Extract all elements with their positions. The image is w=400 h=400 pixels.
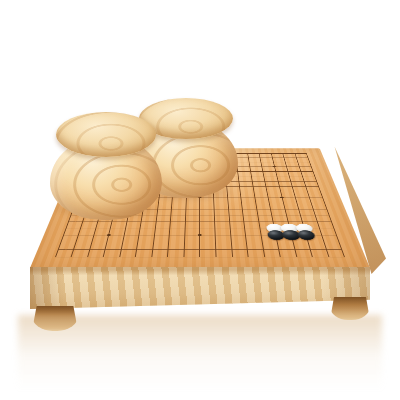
intersection[interactable] — [255, 246, 272, 254]
intersection[interactable] — [177, 232, 192, 239]
intersection[interactable] — [177, 239, 193, 246]
intersection[interactable] — [128, 246, 145, 254]
intersection[interactable] — [177, 225, 192, 232]
intersection[interactable] — [112, 246, 129, 254]
intersection[interactable] — [223, 246, 239, 254]
board-front-face — [30, 267, 370, 309]
intersection[interactable] — [208, 253, 224, 261]
intersection[interactable] — [223, 232, 239, 239]
intersection[interactable] — [207, 225, 222, 232]
intersection[interactable] — [208, 232, 223, 239]
star-point — [280, 197, 284, 199]
intersection[interactable] — [145, 239, 161, 246]
intersection[interactable] — [222, 225, 237, 232]
intersection[interactable] — [143, 253, 160, 261]
intersection[interactable] — [335, 253, 354, 261]
intersection[interactable] — [192, 246, 208, 254]
star-point — [272, 166, 276, 167]
intersection[interactable] — [270, 246, 287, 254]
intersection[interactable] — [159, 253, 176, 261]
intersection[interactable] — [238, 239, 254, 246]
star-point — [107, 234, 112, 236]
intersection[interactable] — [325, 225, 342, 232]
intersection[interactable] — [256, 253, 273, 261]
intersection[interactable] — [237, 225, 253, 232]
intersection[interactable] — [147, 225, 163, 232]
intersection[interactable] — [328, 232, 346, 239]
intersection[interactable] — [333, 246, 352, 254]
intersection[interactable] — [160, 246, 176, 254]
intersection[interactable] — [192, 239, 208, 246]
intersection[interactable] — [132, 225, 148, 232]
intersection[interactable] — [127, 253, 144, 261]
intersection[interactable] — [130, 239, 147, 246]
intersection[interactable] — [116, 232, 133, 239]
stone-bowl-left — [50, 112, 162, 220]
go-set-product-photo — [0, 0, 400, 400]
intersection[interactable] — [146, 232, 162, 239]
intersection[interactable] — [192, 232, 207, 239]
intersection[interactable] — [131, 232, 147, 239]
intersection[interactable] — [238, 232, 254, 239]
intersection[interactable] — [114, 239, 131, 246]
intersection[interactable] — [144, 246, 161, 254]
intersection[interactable] — [162, 232, 178, 239]
intersection[interactable] — [223, 239, 239, 246]
bowl-lid — [56, 112, 156, 157]
intersection[interactable] — [239, 246, 256, 254]
intersection[interactable] — [176, 253, 192, 261]
intersection[interactable] — [330, 239, 348, 246]
star-point — [198, 234, 202, 236]
intersection[interactable] — [162, 225, 177, 232]
intersection[interactable] — [117, 225, 133, 232]
intersection[interactable] — [298, 232, 315, 239]
intersection[interactable] — [208, 239, 224, 246]
intersection[interactable] — [224, 253, 241, 261]
intersection[interactable] — [161, 239, 177, 246]
intersection[interactable] — [272, 253, 290, 261]
intersection[interactable] — [192, 225, 207, 232]
floor-reflection — [18, 315, 382, 390]
intersection[interactable] — [192, 253, 208, 261]
intersection[interactable] — [111, 253, 129, 261]
intersection[interactable] — [176, 246, 192, 254]
intersection[interactable] — [254, 239, 271, 246]
intersection[interactable] — [208, 246, 224, 254]
intersection[interactable] — [240, 253, 257, 261]
